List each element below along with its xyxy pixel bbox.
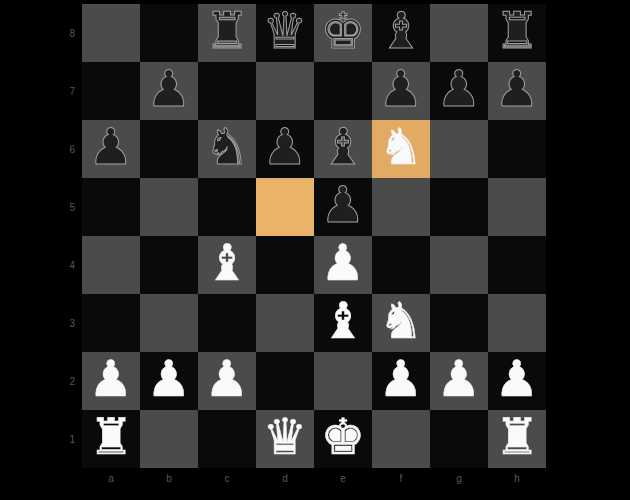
square-c2[interactable]: ♟︎	[198, 352, 256, 410]
file-label-g: g	[430, 469, 488, 487]
square-b8[interactable]	[140, 4, 198, 62]
square-g8[interactable]	[430, 4, 488, 62]
square-e6[interactable]: ♝	[314, 120, 372, 178]
square-g6[interactable]	[430, 120, 488, 178]
white-pawn-a2[interactable]: ♟︎	[89, 350, 134, 408]
square-f2[interactable]: ♟︎	[372, 352, 430, 410]
square-e2[interactable]	[314, 352, 372, 410]
file-label-d: d	[256, 469, 314, 487]
square-a2[interactable]: ♟︎	[82, 352, 140, 410]
chessboard: ♜♛♚♝♜♟︎♟︎♟︎♟︎♟︎♞♟︎♝♞♟︎♝♟︎♝♞♟︎♟︎♟︎♟︎♟︎♟︎♜…	[82, 4, 546, 468]
square-e1[interactable]: ♚	[314, 410, 372, 468]
white-rook-a1[interactable]: ♜	[89, 408, 134, 466]
square-a4[interactable]	[82, 236, 140, 294]
square-e8[interactable]: ♚	[314, 4, 372, 62]
black-king-e8[interactable]: ♚	[321, 2, 366, 60]
rank-label-2: 2	[58, 352, 78, 410]
square-e7[interactable]	[314, 62, 372, 120]
file-label-b: b	[140, 469, 198, 487]
square-d1[interactable]: ♛	[256, 410, 314, 468]
white-rook-h1[interactable]: ♜	[495, 408, 540, 466]
rank-label-5: 5	[58, 178, 78, 236]
black-pawn-d6[interactable]: ♟︎	[263, 118, 308, 176]
square-h8[interactable]: ♜	[488, 4, 546, 62]
square-e4[interactable]: ♟︎	[314, 236, 372, 294]
black-pawn-g7[interactable]: ♟︎	[437, 60, 482, 118]
white-bishop-c4[interactable]: ♝	[205, 234, 250, 292]
square-a1[interactable]: ♜	[82, 410, 140, 468]
square-f6[interactable]: ♞	[372, 120, 430, 178]
white-bishop-e3[interactable]: ♝	[321, 292, 366, 350]
square-d3[interactable]	[256, 294, 314, 352]
black-pawn-e5[interactable]: ♟︎	[321, 176, 366, 234]
black-pawn-b7[interactable]: ♟︎	[147, 60, 192, 118]
black-knight-c6[interactable]: ♞	[205, 118, 250, 176]
square-g5[interactable]	[430, 178, 488, 236]
white-pawn-g2[interactable]: ♟︎	[437, 350, 482, 408]
square-c3[interactable]	[198, 294, 256, 352]
square-h2[interactable]: ♟︎	[488, 352, 546, 410]
square-h6[interactable]	[488, 120, 546, 178]
square-h3[interactable]	[488, 294, 546, 352]
rank-label-3: 3	[58, 294, 78, 352]
square-b3[interactable]	[140, 294, 198, 352]
black-pawn-h7[interactable]: ♟︎	[495, 60, 540, 118]
square-e5[interactable]: ♟︎	[314, 178, 372, 236]
square-c1[interactable]	[198, 410, 256, 468]
square-d5[interactable]	[256, 178, 314, 236]
square-f8[interactable]: ♝	[372, 4, 430, 62]
black-pawn-f7[interactable]: ♟︎	[379, 60, 424, 118]
square-h1[interactable]: ♜	[488, 410, 546, 468]
file-label-e: e	[314, 469, 372, 487]
square-b6[interactable]	[140, 120, 198, 178]
square-g7[interactable]: ♟︎	[430, 62, 488, 120]
black-bishop-e6[interactable]: ♝	[321, 118, 366, 176]
file-label-f: f	[372, 469, 430, 487]
square-f5[interactable]	[372, 178, 430, 236]
square-c6[interactable]: ♞	[198, 120, 256, 178]
rank-label-8: 8	[58, 4, 78, 62]
black-pawn-a6[interactable]: ♟︎	[89, 118, 134, 176]
square-d8[interactable]: ♛	[256, 4, 314, 62]
chess-app: 87654321 ♜♛♚♝♜♟︎♟︎♟︎♟︎♟︎♞♟︎♝♞♟︎♝♟︎♝♞♟︎♟︎…	[0, 0, 630, 500]
square-d2[interactable]	[256, 352, 314, 410]
square-g3[interactable]	[430, 294, 488, 352]
white-queen-d1[interactable]: ♛	[263, 408, 308, 466]
square-a5[interactable]	[82, 178, 140, 236]
square-b2[interactable]: ♟︎	[140, 352, 198, 410]
square-d6[interactable]: ♟︎	[256, 120, 314, 178]
white-king-e1[interactable]: ♚	[321, 408, 366, 466]
white-pawn-b2[interactable]: ♟︎	[147, 350, 192, 408]
square-g1[interactable]	[430, 410, 488, 468]
square-d4[interactable]	[256, 236, 314, 294]
square-c8[interactable]: ♜	[198, 4, 256, 62]
square-c7[interactable]	[198, 62, 256, 120]
white-pawn-h2[interactable]: ♟︎	[495, 350, 540, 408]
square-h4[interactable]	[488, 236, 546, 294]
square-a7[interactable]	[82, 62, 140, 120]
black-rook-c8[interactable]: ♜	[205, 2, 250, 60]
rank-labels: 87654321	[58, 4, 78, 468]
white-knight-f6[interactable]: ♞	[379, 118, 424, 176]
rank-label-4: 4	[58, 236, 78, 294]
white-knight-f3[interactable]: ♞	[379, 292, 424, 350]
square-a3[interactable]	[82, 294, 140, 352]
file-labels: abcdefgh	[82, 469, 546, 487]
square-f4[interactable]	[372, 236, 430, 294]
square-h5[interactable]	[488, 178, 546, 236]
square-f3[interactable]: ♞	[372, 294, 430, 352]
square-b5[interactable]	[140, 178, 198, 236]
square-e3[interactable]: ♝	[314, 294, 372, 352]
white-pawn-e4[interactable]: ♟︎	[321, 234, 366, 292]
file-label-a: a	[82, 469, 140, 487]
file-label-c: c	[198, 469, 256, 487]
square-g4[interactable]	[430, 236, 488, 294]
square-c4[interactable]: ♝	[198, 236, 256, 294]
white-pawn-f2[interactable]: ♟︎	[379, 350, 424, 408]
square-b4[interactable]	[140, 236, 198, 294]
square-f1[interactable]	[372, 410, 430, 468]
square-h7[interactable]: ♟︎	[488, 62, 546, 120]
square-f7[interactable]: ♟︎	[372, 62, 430, 120]
square-d7[interactable]	[256, 62, 314, 120]
black-bishop-f8[interactable]: ♝	[379, 2, 424, 60]
rank-label-7: 7	[58, 62, 78, 120]
square-c5[interactable]	[198, 178, 256, 236]
square-b7[interactable]: ♟︎	[140, 62, 198, 120]
white-pawn-c2[interactable]: ♟︎	[205, 350, 250, 408]
rank-label-1: 1	[58, 410, 78, 468]
black-rook-h8[interactable]: ♜	[495, 2, 540, 60]
square-a8[interactable]	[82, 4, 140, 62]
square-a6[interactable]: ♟︎	[82, 120, 140, 178]
rank-label-6: 6	[58, 120, 78, 178]
file-label-h: h	[488, 469, 546, 487]
square-g2[interactable]: ♟︎	[430, 352, 488, 410]
square-b1[interactable]	[140, 410, 198, 468]
black-queen-d8[interactable]: ♛	[263, 2, 308, 60]
